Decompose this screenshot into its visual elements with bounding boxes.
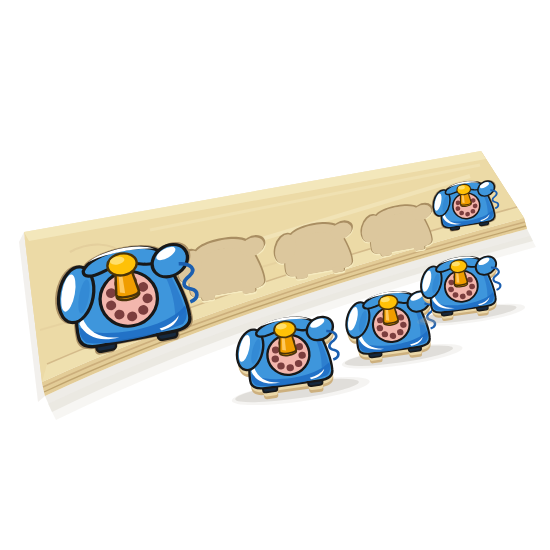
product-photo: [0, 0, 550, 550]
puzzle-scene: [0, 0, 550, 550]
